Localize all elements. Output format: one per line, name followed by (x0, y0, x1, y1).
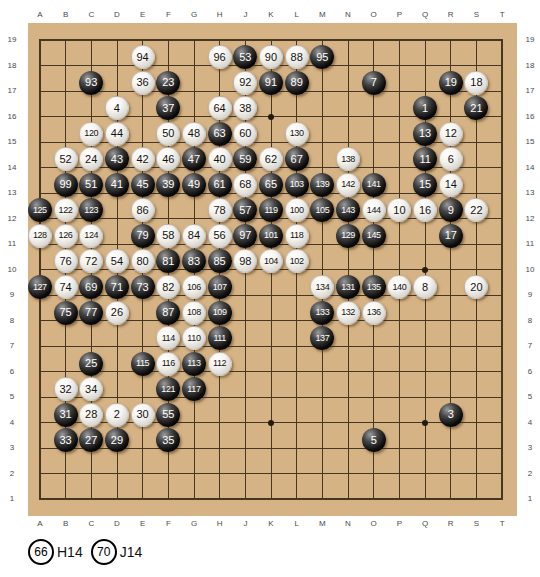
caption-coord-70: J14 (120, 544, 143, 560)
col-label-top-G: G (184, 10, 204, 20)
col-label-top-D: D (107, 10, 127, 20)
stone-black-101-K11[interactable]: 101 (259, 224, 283, 248)
col-label-top-M: M (312, 10, 332, 20)
col-label-top-B: B (56, 10, 76, 20)
col-label-top-F: F (158, 10, 178, 20)
row-label-left-10: 10 (2, 265, 22, 275)
stone-black-81-F10[interactable]: 81 (156, 249, 180, 273)
stone-black-93-C17[interactable]: 93 (79, 71, 103, 95)
stone-black-141-O13[interactable]: 141 (362, 173, 386, 197)
row-label-left-1: 1 (2, 494, 22, 504)
row-label-left-9: 9 (2, 290, 22, 300)
stone-white-106-G9[interactable]: 106 (182, 275, 206, 299)
stone-black-17-R11[interactable]: 17 (439, 224, 463, 248)
stone-black-107-H9[interactable]: 107 (208, 275, 232, 299)
stone-black-77-C8[interactable]: 77 (79, 301, 103, 325)
col-label-bottom-S: S (466, 519, 486, 529)
caption-coord-66: H14 (57, 544, 83, 560)
col-label-bottom-E: E (133, 519, 153, 529)
go-kifu-diagram: 9496539088959336239291897191843764381211… (0, 0, 540, 577)
stone-white-40-H14[interactable]: 40 (208, 147, 232, 171)
stone-white-118-L11[interactable]: 118 (285, 224, 309, 248)
row-label-right-7: 7 (520, 341, 540, 351)
stone-black-75-B8[interactable]: 75 (54, 301, 78, 325)
stone-white-30-E4[interactable]: 30 (131, 403, 155, 427)
stone-white-50-F15[interactable]: 50 (156, 122, 180, 146)
stone-black-69-C9[interactable]: 69 (79, 275, 103, 299)
col-label-top-E: E (133, 10, 153, 20)
stone-black-83-G10[interactable]: 83 (182, 249, 206, 273)
stone-white-122-B12[interactable]: 122 (54, 198, 78, 222)
stone-black-71-D9[interactable]: 71 (105, 275, 129, 299)
stone-white-138-N14[interactable]: 138 (336, 147, 360, 171)
row-label-left-5: 5 (2, 392, 22, 402)
row-label-left-15: 15 (2, 137, 22, 147)
stone-black-143-N12[interactable]: 143 (336, 198, 360, 222)
stone-black-57-J12[interactable]: 57 (233, 198, 257, 222)
stone-black-41-D13[interactable]: 41 (105, 173, 129, 197)
stone-white-82-F9[interactable]: 82 (156, 275, 180, 299)
row-label-left-4: 4 (2, 418, 22, 428)
stone-white-94-E18[interactable]: 94 (131, 45, 155, 69)
stone-black-109-H8[interactable]: 109 (208, 301, 232, 325)
stone-black-29-D3[interactable]: 29 (105, 428, 129, 452)
col-label-top-Q: Q (415, 10, 435, 20)
stone-white-108-G8[interactable]: 108 (182, 301, 206, 325)
stone-black-63-H15[interactable]: 63 (208, 122, 232, 146)
col-label-top-A: A (30, 10, 50, 20)
stone-black-25-C6[interactable]: 25 (79, 352, 103, 376)
stone-white-102-L10[interactable]: 102 (285, 249, 309, 273)
stone-white-64-H16[interactable]: 64 (208, 96, 232, 120)
stone-white-36-E17[interactable]: 36 (131, 71, 155, 95)
stone-white-114-F7[interactable]: 114 (156, 326, 180, 350)
stone-white-34-C5[interactable]: 34 (79, 377, 103, 401)
stone-black-119-K12[interactable]: 119 (259, 198, 283, 222)
stone-black-97-J11[interactable]: 97 (233, 224, 257, 248)
move-caption: 66 H14 70 J14 (28, 540, 147, 564)
col-label-bottom-G: G (184, 519, 204, 529)
stone-black-33-B3[interactable]: 33 (54, 428, 78, 452)
stone-black-53-J18[interactable]: 53 (233, 45, 257, 69)
stone-white-80-E10[interactable]: 80 (131, 249, 155, 273)
col-label-bottom-B: B (56, 519, 76, 529)
stone-black-139-M13[interactable]: 139 (310, 173, 334, 197)
col-label-bottom-A: A (30, 519, 50, 529)
stone-black-115-E6[interactable]: 115 (131, 352, 155, 376)
stone-white-144-O12[interactable]: 144 (362, 198, 386, 222)
stone-white-86-E12[interactable]: 86 (131, 198, 155, 222)
col-label-bottom-J: J (235, 519, 255, 529)
stone-black-11-Q14[interactable]: 11 (413, 147, 437, 171)
row-label-left-18: 18 (2, 61, 22, 71)
stone-white-2-D4[interactable]: 2 (105, 403, 129, 427)
stone-black-31-B4[interactable]: 31 (54, 403, 78, 427)
stone-white-42-E14[interactable]: 42 (131, 147, 155, 171)
stone-black-15-Q13[interactable]: 15 (413, 173, 437, 197)
row-label-right-4: 4 (520, 418, 540, 428)
row-label-right-8: 8 (520, 316, 540, 326)
stone-white-100-L12[interactable]: 100 (285, 198, 309, 222)
row-label-right-16: 16 (520, 112, 540, 122)
row-label-left-13: 13 (2, 188, 22, 198)
stone-white-20-S9[interactable]: 20 (464, 275, 488, 299)
col-label-top-O: O (364, 10, 384, 20)
caption-stone-66: 66 (28, 539, 54, 565)
stone-white-18-S17[interactable]: 18 (464, 71, 488, 95)
row-label-right-17: 17 (520, 86, 540, 96)
stone-white-90-K18[interactable]: 90 (259, 45, 283, 69)
stone-white-22-S12[interactable]: 22 (464, 198, 488, 222)
stone-white-38-J16[interactable]: 38 (233, 96, 257, 120)
stone-black-79-E11[interactable]: 79 (131, 224, 155, 248)
stone-black-7-O17[interactable]: 7 (362, 71, 386, 95)
stone-white-116-F6[interactable]: 116 (156, 352, 180, 376)
stone-white-132-N8[interactable]: 132 (336, 301, 360, 325)
stone-white-142-N13[interactable]: 142 (336, 173, 360, 197)
row-label-right-6: 6 (520, 367, 540, 377)
stone-black-127-A9[interactable]: 127 (28, 275, 52, 299)
row-label-right-3: 3 (520, 443, 540, 453)
stone-black-35-F3[interactable]: 35 (156, 428, 180, 452)
col-label-top-J: J (235, 10, 255, 20)
stone-black-61-H13[interactable]: 61 (208, 173, 232, 197)
stone-white-74-B9[interactable]: 74 (54, 275, 78, 299)
stone-black-123-C12[interactable]: 123 (79, 198, 103, 222)
row-label-right-12: 12 (520, 214, 540, 224)
row-label-left-14: 14 (2, 163, 22, 173)
col-label-top-T: T (492, 10, 512, 20)
stone-black-5-O3[interactable]: 5 (362, 428, 386, 452)
col-label-top-R: R (441, 10, 461, 20)
stone-white-32-B5[interactable]: 32 (54, 377, 78, 401)
stone-black-103-L13[interactable]: 103 (285, 173, 309, 197)
row-label-left-11: 11 (2, 239, 22, 249)
row-label-right-14: 14 (520, 163, 540, 173)
stone-white-78-H12[interactable]: 78 (208, 198, 232, 222)
stone-black-113-G6[interactable]: 113 (182, 352, 206, 376)
stone-black-65-K13[interactable]: 65 (259, 173, 283, 197)
stone-white-28-C4[interactable]: 28 (79, 403, 103, 427)
row-label-left-7: 7 (2, 341, 22, 351)
stone-white-58-F11[interactable]: 58 (156, 224, 180, 248)
col-label-bottom-M: M (312, 519, 332, 529)
col-label-bottom-R: R (441, 519, 461, 529)
stone-black-137-M7[interactable]: 137 (310, 326, 334, 350)
col-label-top-N: N (338, 10, 358, 20)
col-label-top-S: S (466, 10, 486, 20)
stone-black-117-G5[interactable]: 117 (182, 377, 206, 401)
col-label-bottom-F: F (158, 519, 178, 529)
stone-black-3-R4[interactable]: 3 (439, 403, 463, 427)
stone-white-26-D8[interactable]: 26 (105, 301, 129, 325)
row-label-left-19: 19 (2, 35, 22, 45)
stone-black-21-S16[interactable]: 21 (464, 96, 488, 120)
stone-white-56-H11[interactable]: 56 (208, 224, 232, 248)
row-label-left-8: 8 (2, 316, 22, 326)
row-label-right-1: 1 (520, 494, 540, 504)
stone-black-1-Q16[interactable]: 1 (413, 96, 437, 120)
stone-white-126-B11[interactable]: 126 (54, 224, 78, 248)
stone-black-59-J14[interactable]: 59 (233, 147, 257, 171)
stone-black-145-O11[interactable]: 145 (362, 224, 386, 248)
row-label-right-5: 5 (520, 392, 540, 402)
col-label-bottom-H: H (210, 519, 230, 529)
stone-black-67-L14[interactable]: 67 (285, 147, 309, 171)
col-label-bottom-N: N (338, 519, 358, 529)
stone-white-14-R13[interactable]: 14 (439, 173, 463, 197)
row-label-left-16: 16 (2, 112, 22, 122)
stone-white-76-B10[interactable]: 76 (54, 249, 78, 273)
stone-white-128-A11[interactable]: 128 (28, 224, 52, 248)
row-label-right-18: 18 (520, 61, 540, 71)
stone-black-125-A12[interactable]: 125 (28, 198, 52, 222)
stone-black-121-F5[interactable]: 121 (156, 377, 180, 401)
stone-white-98-J10[interactable]: 98 (233, 249, 257, 273)
stone-black-73-E9[interactable]: 73 (131, 275, 155, 299)
col-label-top-L: L (287, 10, 307, 20)
stone-black-55-F4[interactable]: 55 (156, 403, 180, 427)
stone-black-105-M12[interactable]: 105 (310, 198, 334, 222)
stone-black-13-Q15[interactable]: 13 (413, 122, 437, 146)
stone-black-91-K17[interactable]: 91 (259, 71, 283, 95)
stone-white-8-Q9[interactable]: 8 (413, 275, 437, 299)
col-label-bottom-L: L (287, 519, 307, 529)
stone-white-124-C11[interactable]: 124 (79, 224, 103, 248)
stone-white-96-H18[interactable]: 96 (208, 45, 232, 69)
row-label-right-10: 10 (520, 265, 540, 275)
stone-black-131-N9[interactable]: 131 (336, 275, 360, 299)
stone-white-88-L18[interactable]: 88 (285, 45, 309, 69)
go-board: 9496539088959336239291897191843764381211… (28, 23, 517, 516)
stone-white-16-Q12[interactable]: 16 (413, 198, 437, 222)
stone-white-84-G11[interactable]: 84 (182, 224, 206, 248)
row-label-right-2: 2 (520, 469, 540, 479)
stone-black-19-R17[interactable]: 19 (439, 71, 463, 95)
col-label-bottom-K: K (261, 519, 281, 529)
stone-white-44-D15[interactable]: 44 (105, 122, 129, 146)
stone-black-111-H7[interactable]: 111 (208, 326, 232, 350)
stone-black-43-D14[interactable]: 43 (105, 147, 129, 171)
stone-white-6-R14[interactable]: 6 (439, 147, 463, 171)
stone-white-134-M9[interactable]: 134 (310, 275, 334, 299)
stone-white-24-C14[interactable]: 24 (79, 147, 103, 171)
row-label-right-13: 13 (520, 188, 540, 198)
stone-black-87-F8[interactable]: 87 (156, 301, 180, 325)
caption-stone-70: 70 (91, 539, 117, 565)
stone-black-45-E13[interactable]: 45 (131, 173, 155, 197)
row-label-right-19: 19 (520, 35, 540, 45)
stone-black-27-C3[interactable]: 27 (79, 428, 103, 452)
col-label-bottom-O: O (364, 519, 384, 529)
stone-white-46-F14[interactable]: 46 (156, 147, 180, 171)
stone-black-129-N11[interactable]: 129 (336, 224, 360, 248)
stone-black-89-L17[interactable]: 89 (285, 71, 309, 95)
stone-white-52-B14[interactable]: 52 (54, 147, 78, 171)
row-label-left-3: 3 (2, 443, 22, 453)
stone-white-92-J17[interactable]: 92 (233, 71, 257, 95)
stones-layer[interactable]: 9496539088959336239291897191843764381211… (27, 19, 515, 504)
stone-white-60-J15[interactable]: 60 (233, 122, 257, 146)
stone-white-130-L15[interactable]: 130 (285, 122, 309, 146)
stone-white-4-D16[interactable]: 4 (105, 96, 129, 120)
stone-white-120-C15[interactable]: 120 (79, 122, 103, 146)
stone-white-72-C10[interactable]: 72 (79, 249, 103, 273)
col-label-bottom-T: T (492, 519, 512, 529)
row-label-left-17: 17 (2, 86, 22, 96)
row-label-left-6: 6 (2, 367, 22, 377)
row-label-left-12: 12 (2, 214, 22, 224)
row-label-right-9: 9 (520, 290, 540, 300)
col-label-top-K: K (261, 10, 281, 20)
stone-white-104-K10[interactable]: 104 (259, 249, 283, 273)
stone-white-140-P9[interactable]: 140 (387, 275, 411, 299)
stone-black-47-G14[interactable]: 47 (182, 147, 206, 171)
stone-white-112-H6[interactable]: 112 (208, 352, 232, 376)
stone-white-48-G15[interactable]: 48 (182, 122, 206, 146)
stone-white-136-O8[interactable]: 136 (362, 301, 386, 325)
col-label-top-H: H (210, 10, 230, 20)
stone-white-12-R15[interactable]: 12 (439, 122, 463, 146)
row-label-right-15: 15 (520, 137, 540, 147)
col-label-top-P: P (389, 10, 409, 20)
stone-black-99-B13[interactable]: 99 (54, 173, 78, 197)
stone-black-49-G13[interactable]: 49 (182, 173, 206, 197)
stone-black-95-M18[interactable]: 95 (310, 45, 334, 69)
col-label-bottom-P: P (389, 519, 409, 529)
row-label-left-2: 2 (2, 469, 22, 479)
stone-white-68-J13[interactable]: 68 (233, 173, 257, 197)
col-label-top-C: C (81, 10, 101, 20)
stone-black-85-H10[interactable]: 85 (208, 249, 232, 273)
stone-black-51-C13[interactable]: 51 (79, 173, 103, 197)
stone-black-37-F16[interactable]: 37 (156, 96, 180, 120)
stone-black-133-M8[interactable]: 133 (310, 301, 334, 325)
stone-white-110-G7[interactable]: 110 (182, 326, 206, 350)
col-label-bottom-C: C (81, 519, 101, 529)
stone-black-9-R12[interactable]: 9 (439, 198, 463, 222)
stone-white-62-K14[interactable]: 62 (259, 147, 283, 171)
col-label-bottom-D: D (107, 519, 127, 529)
stone-black-39-F13[interactable]: 39 (156, 173, 180, 197)
stone-black-135-O9[interactable]: 135 (362, 275, 386, 299)
stone-white-10-P12[interactable]: 10 (387, 198, 411, 222)
row-label-right-11: 11 (520, 239, 540, 249)
stone-white-54-D10[interactable]: 54 (105, 249, 129, 273)
col-label-bottom-Q: Q (415, 519, 435, 529)
stone-black-23-F17[interactable]: 23 (156, 71, 180, 95)
